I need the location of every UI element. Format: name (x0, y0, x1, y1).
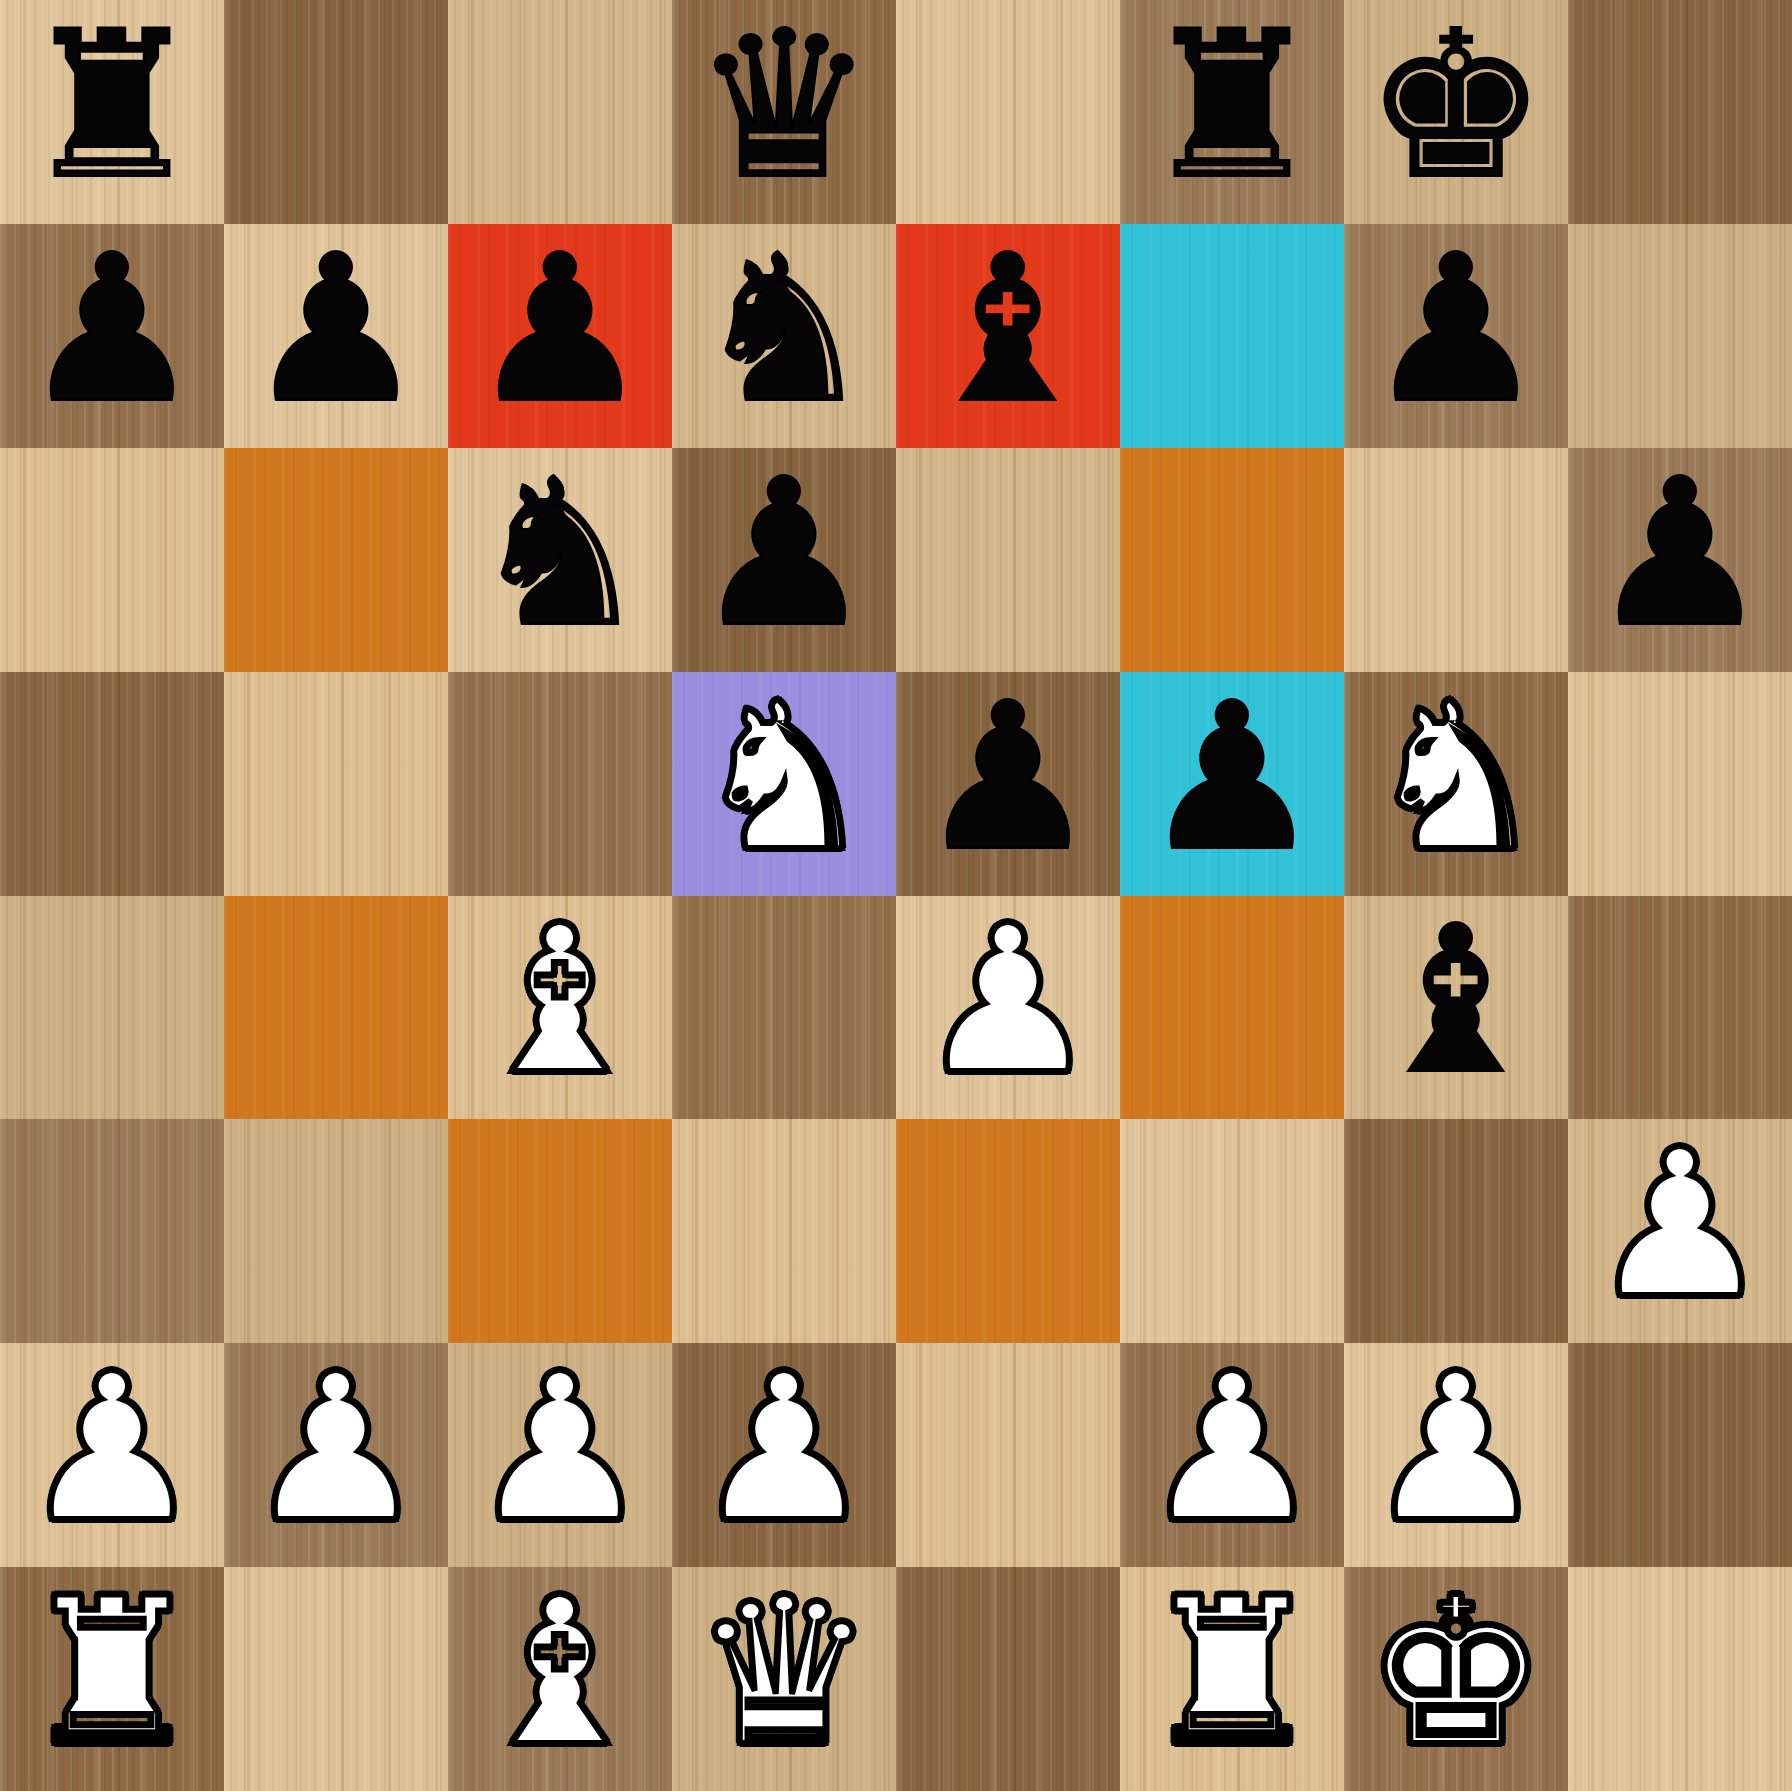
piece-white-pawn[interactable]: ♟ (917, 899, 1100, 1103)
square-e8[interactable] (896, 0, 1120, 224)
square-f5[interactable]: ♟ (1120, 672, 1344, 896)
piece-white-knight[interactable]: ♞ (693, 676, 876, 880)
square-e7[interactable]: ♝ (896, 224, 1120, 448)
square-a7[interactable]: ♟ (0, 224, 224, 448)
square-a5[interactable] (0, 672, 224, 896)
square-g6[interactable] (1344, 448, 1568, 672)
piece-white-pawn[interactable]: ♟ (1365, 1347, 1548, 1551)
square-f1[interactable]: ♜ (1120, 1567, 1344, 1791)
square-h7[interactable] (1568, 224, 1792, 448)
square-h5[interactable] (1568, 672, 1792, 896)
square-d1[interactable]: ♛ (672, 1567, 896, 1791)
square-h3[interactable]: ♟ (1568, 1119, 1792, 1343)
square-a8[interactable]: ♜ (0, 0, 224, 224)
square-a6[interactable] (0, 448, 224, 672)
square-f4[interactable] (1120, 896, 1344, 1120)
square-b1[interactable] (224, 1567, 448, 1791)
square-h2[interactable] (1568, 1343, 1792, 1567)
piece-white-bishop[interactable]: ♝ (469, 1571, 652, 1775)
square-c5[interactable] (448, 672, 672, 896)
piece-white-pawn[interactable]: ♟ (1141, 1347, 1324, 1551)
square-e4[interactable]: ♟ (896, 896, 1120, 1120)
square-d2[interactable]: ♟ (672, 1343, 896, 1567)
square-a4[interactable] (0, 896, 224, 1120)
square-b6[interactable] (224, 448, 448, 672)
piece-black-pawn[interactable]: ♟ (693, 452, 876, 656)
piece-white-king[interactable]: ♚ (1365, 1571, 1548, 1775)
square-a3[interactable] (0, 1119, 224, 1343)
square-c4[interactable]: ♝ (448, 896, 672, 1120)
square-e3[interactable] (896, 1119, 1120, 1343)
piece-white-rook[interactable]: ♜ (21, 1571, 204, 1775)
square-e5[interactable]: ♟ (896, 672, 1120, 896)
square-f2[interactable]: ♟ (1120, 1343, 1344, 1567)
square-a1[interactable]: ♜ (0, 1567, 224, 1791)
square-g1[interactable]: ♚ (1344, 1567, 1568, 1791)
square-g5[interactable]: ♞ (1344, 672, 1568, 896)
square-c3[interactable] (448, 1119, 672, 1343)
square-c8[interactable] (448, 0, 672, 224)
square-g7[interactable]: ♟ (1344, 224, 1568, 448)
piece-black-knight[interactable]: ♞ (693, 228, 876, 432)
square-b5[interactable] (224, 672, 448, 896)
square-f7[interactable] (1120, 224, 1344, 448)
square-h1[interactable] (1568, 1567, 1792, 1791)
chess-board: ♜♛♜♚♟♟♟♞♝♟♞♟♟♞♟♟♞♝♟♝♟♟♟♟♟♟♟♜♝♛♜♚ (0, 0, 1792, 1791)
piece-white-pawn[interactable]: ♟ (245, 1347, 428, 1551)
piece-white-queen[interactable]: ♛ (693, 1571, 876, 1775)
square-e2[interactable] (896, 1343, 1120, 1567)
piece-black-pawn[interactable]: ♟ (1365, 228, 1548, 432)
piece-black-queen[interactable]: ♛ (693, 4, 876, 208)
piece-black-rook[interactable]: ♜ (1141, 4, 1324, 208)
piece-black-pawn[interactable]: ♟ (245, 228, 428, 432)
square-g3[interactable] (1344, 1119, 1568, 1343)
square-e1[interactable] (896, 1567, 1120, 1791)
piece-black-king[interactable]: ♚ (1365, 4, 1548, 208)
square-b3[interactable] (224, 1119, 448, 1343)
piece-black-rook[interactable]: ♜ (21, 4, 204, 208)
piece-white-rook[interactable]: ♜ (1141, 1571, 1324, 1775)
piece-white-pawn[interactable]: ♟ (469, 1347, 652, 1551)
piece-black-pawn[interactable]: ♟ (21, 228, 204, 432)
square-c1[interactable]: ♝ (448, 1567, 672, 1791)
piece-black-pawn[interactable]: ♟ (469, 228, 652, 432)
piece-white-pawn[interactable]: ♟ (21, 1347, 204, 1551)
square-b2[interactable]: ♟ (224, 1343, 448, 1567)
square-b4[interactable] (224, 896, 448, 1120)
square-d4[interactable] (672, 896, 896, 1120)
square-h4[interactable] (1568, 896, 1792, 1120)
square-g8[interactable]: ♚ (1344, 0, 1568, 224)
square-d3[interactable] (672, 1119, 896, 1343)
square-f6[interactable] (1120, 448, 1344, 672)
square-b8[interactable] (224, 0, 448, 224)
square-e6[interactable] (896, 448, 1120, 672)
square-b7[interactable]: ♟ (224, 224, 448, 448)
piece-black-bishop[interactable]: ♝ (1365, 899, 1548, 1103)
piece-black-bishop[interactable]: ♝ (917, 228, 1100, 432)
piece-white-pawn[interactable]: ♟ (693, 1347, 876, 1551)
square-f8[interactable]: ♜ (1120, 0, 1344, 224)
piece-black-pawn[interactable]: ♟ (1141, 676, 1324, 880)
square-d5[interactable]: ♞ (672, 672, 896, 896)
square-a2[interactable]: ♟ (0, 1343, 224, 1567)
square-h6[interactable]: ♟ (1568, 448, 1792, 672)
piece-black-pawn[interactable]: ♟ (917, 676, 1100, 880)
square-d6[interactable]: ♟ (672, 448, 896, 672)
square-h8[interactable] (1568, 0, 1792, 224)
square-g4[interactable]: ♝ (1344, 896, 1568, 1120)
piece-black-pawn[interactable]: ♟ (1589, 452, 1772, 656)
square-c7[interactable]: ♟ (448, 224, 672, 448)
piece-white-pawn[interactable]: ♟ (1589, 1123, 1772, 1327)
piece-black-knight[interactable]: ♞ (469, 452, 652, 656)
square-c2[interactable]: ♟ (448, 1343, 672, 1567)
square-d8[interactable]: ♛ (672, 0, 896, 224)
piece-white-bishop[interactable]: ♝ (469, 899, 652, 1103)
square-c6[interactable]: ♞ (448, 448, 672, 672)
piece-white-knight[interactable]: ♞ (1365, 676, 1548, 880)
square-g2[interactable]: ♟ (1344, 1343, 1568, 1567)
square-f3[interactable] (1120, 1119, 1344, 1343)
square-d7[interactable]: ♞ (672, 224, 896, 448)
